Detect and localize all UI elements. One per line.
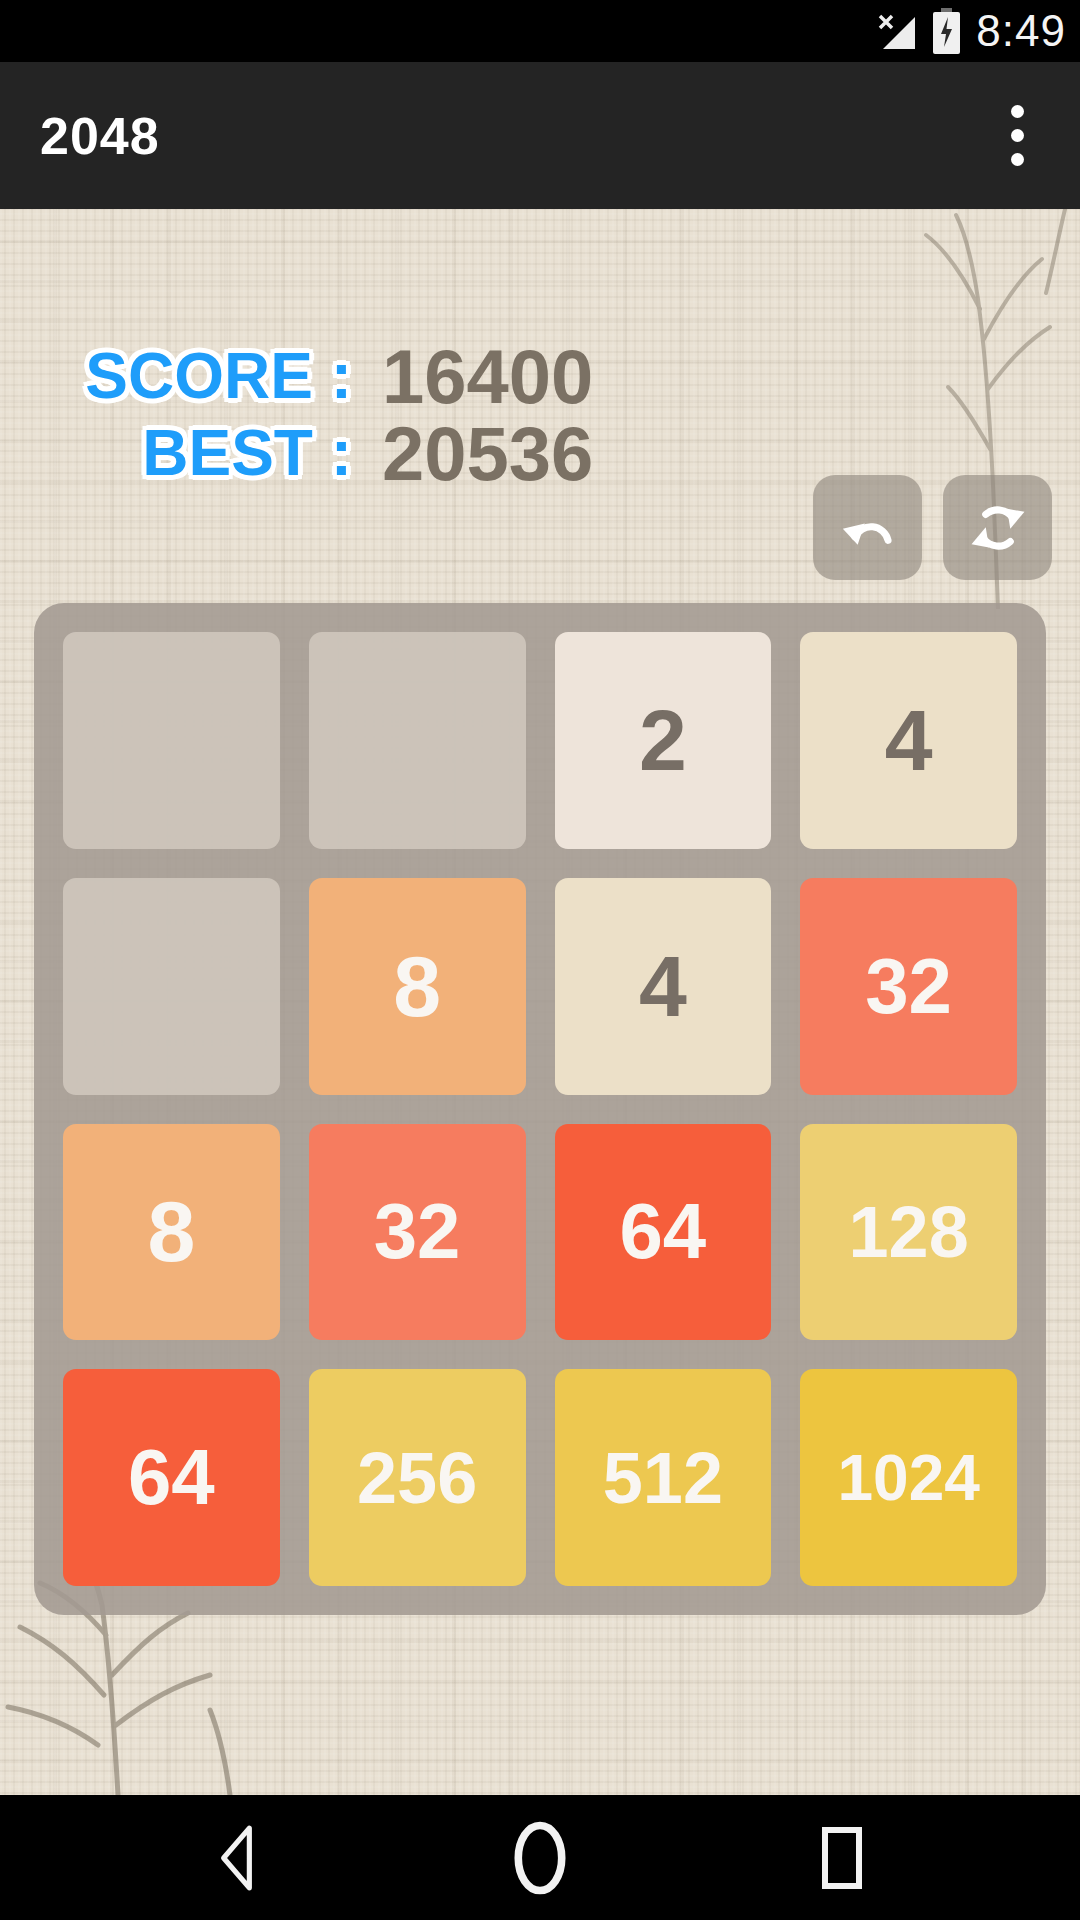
phone-screen: 8:49 2048 SCORE : 16400 BEST : 20536 248… xyxy=(0,0,1080,1920)
menu-dot xyxy=(1011,105,1024,118)
battery-charging-icon xyxy=(933,8,960,54)
game-board[interactable]: 24843283264128642565121024 xyxy=(34,603,1046,1615)
restart-button[interactable] xyxy=(943,475,1052,580)
status-bar: 8:49 xyxy=(0,0,1080,62)
navigation-bar xyxy=(0,1795,1080,1920)
score-label: SCORE : xyxy=(52,338,352,415)
tile-128: 128 xyxy=(800,1124,1017,1341)
tile-32: 32 xyxy=(309,1124,526,1341)
tile-1024: 1024 xyxy=(800,1369,1017,1586)
overflow-menu-button[interactable] xyxy=(982,81,1052,191)
tile-4: 4 xyxy=(800,632,1017,849)
status-time: 8:49 xyxy=(976,6,1066,56)
menu-dot xyxy=(1011,153,1024,166)
home-circle-icon xyxy=(512,1820,568,1896)
empty-cell xyxy=(63,632,280,849)
app-title: 2048 xyxy=(40,106,160,166)
recents-button[interactable] xyxy=(762,1795,922,1920)
refresh-icon xyxy=(967,497,1029,559)
tile-64: 64 xyxy=(63,1369,280,1586)
tile-8: 8 xyxy=(309,878,526,1095)
tile-4: 4 xyxy=(555,878,772,1095)
menu-dot xyxy=(1011,129,1024,142)
undo-button[interactable] xyxy=(813,475,922,580)
app-bar: 2048 xyxy=(0,62,1080,209)
recents-square-icon xyxy=(818,1823,866,1893)
back-button[interactable] xyxy=(157,1795,317,1920)
tile-32: 32 xyxy=(800,878,1017,1095)
undo-arrow-icon xyxy=(837,497,899,559)
tile-64: 64 xyxy=(555,1124,772,1341)
tile-8: 8 xyxy=(63,1124,280,1341)
tile-2: 2 xyxy=(555,632,772,849)
home-button[interactable] xyxy=(460,1795,620,1920)
scoreboard: SCORE : 16400 BEST : 20536 xyxy=(52,338,593,492)
back-triangle-icon xyxy=(214,1822,260,1894)
empty-cell xyxy=(309,632,526,849)
score-value: 16400 xyxy=(382,338,593,415)
tile-512: 512 xyxy=(555,1369,772,1586)
tile-256: 256 xyxy=(309,1369,526,1586)
best-value: 20536 xyxy=(382,415,593,492)
empty-cell xyxy=(63,878,280,1095)
best-label: BEST : xyxy=(52,415,352,492)
no-signal-icon xyxy=(877,11,917,51)
